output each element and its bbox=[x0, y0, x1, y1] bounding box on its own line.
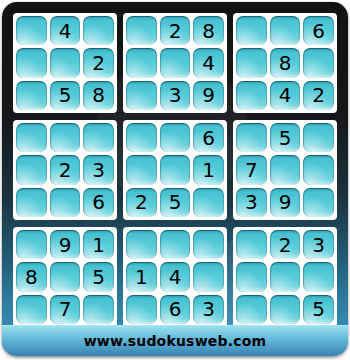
cell-r9c6[interactable]: 3 bbox=[193, 295, 224, 324]
given-digit: 3 bbox=[169, 85, 182, 105]
given-digit: 1 bbox=[202, 160, 215, 180]
box-1-2: 28439 bbox=[123, 13, 227, 113]
cell-r1c3[interactable] bbox=[83, 16, 114, 45]
given-digit: 9 bbox=[279, 192, 292, 212]
cell-r8c6[interactable] bbox=[193, 262, 224, 291]
given-digit: 1 bbox=[135, 267, 148, 287]
box-2-3: 5739 bbox=[233, 120, 337, 220]
given-digit: 5 bbox=[59, 85, 72, 105]
given-digit: 7 bbox=[59, 299, 72, 319]
cell-r3c1[interactable] bbox=[16, 81, 47, 110]
given-digit: 4 bbox=[169, 267, 182, 287]
cell-r6c4[interactable]: 2 bbox=[126, 188, 157, 217]
cell-r1c9[interactable]: 6 bbox=[303, 16, 334, 45]
given-digit: 9 bbox=[59, 235, 72, 255]
given-digit: 6 bbox=[92, 192, 105, 212]
cell-r3c6[interactable]: 9 bbox=[193, 81, 224, 110]
cell-r3c2[interactable]: 5 bbox=[50, 81, 81, 110]
cell-r5c3[interactable]: 3 bbox=[83, 155, 114, 184]
cell-r9c2[interactable]: 7 bbox=[50, 295, 81, 324]
cell-r2c4[interactable] bbox=[126, 48, 157, 77]
given-digit: 3 bbox=[245, 192, 258, 212]
cell-r8c4[interactable]: 1 bbox=[126, 262, 157, 291]
footer-bar: www.sudokusweb.com bbox=[2, 325, 348, 356]
cell-r2c2[interactable] bbox=[50, 48, 81, 77]
cell-r7c5[interactable] bbox=[160, 230, 191, 259]
cell-r5c7[interactable]: 7 bbox=[236, 155, 267, 184]
cell-r2c6[interactable]: 4 bbox=[193, 48, 224, 77]
cell-r9c9[interactable]: 5 bbox=[303, 295, 334, 324]
cell-r1c7[interactable] bbox=[236, 16, 267, 45]
cell-r8c5[interactable]: 4 bbox=[160, 262, 191, 291]
cell-r3c7[interactable] bbox=[236, 81, 267, 110]
cell-r9c4[interactable] bbox=[126, 295, 157, 324]
cell-r2c5[interactable] bbox=[160, 48, 191, 77]
given-digit: 4 bbox=[59, 21, 72, 41]
box-3-1: 91857 bbox=[13, 227, 117, 327]
cell-r4c9[interactable] bbox=[303, 123, 334, 152]
cell-r9c5[interactable]: 6 bbox=[160, 295, 191, 324]
cell-r6c3[interactable]: 6 bbox=[83, 188, 114, 217]
cell-r3c9[interactable]: 2 bbox=[303, 81, 334, 110]
cell-r1c6[interactable]: 8 bbox=[193, 16, 224, 45]
cell-r7c2[interactable]: 9 bbox=[50, 230, 81, 259]
given-digit: 4 bbox=[202, 53, 215, 73]
cell-r5c6[interactable]: 1 bbox=[193, 155, 224, 184]
box-1-3: 6842 bbox=[233, 13, 337, 113]
given-digit: 5 bbox=[92, 267, 105, 287]
cell-r9c8[interactable] bbox=[270, 295, 301, 324]
given-digit: 2 bbox=[92, 53, 105, 73]
box-2-1: 236 bbox=[13, 120, 117, 220]
cell-r1c2[interactable]: 4 bbox=[50, 16, 81, 45]
given-digit: 5 bbox=[312, 299, 325, 319]
cell-r5c2[interactable]: 2 bbox=[50, 155, 81, 184]
cell-r6c9[interactable] bbox=[303, 188, 334, 217]
website-url: www.sudokusweb.com bbox=[84, 333, 267, 349]
given-digit: 2 bbox=[59, 160, 72, 180]
given-digit: 3 bbox=[92, 160, 105, 180]
cell-r1c8[interactable] bbox=[270, 16, 301, 45]
cell-r4c7[interactable] bbox=[236, 123, 267, 152]
cell-r3c4[interactable] bbox=[126, 81, 157, 110]
cell-r6c5[interactable]: 5 bbox=[160, 188, 191, 217]
cell-r4c3[interactable] bbox=[83, 123, 114, 152]
cell-r8c9[interactable] bbox=[303, 262, 334, 291]
cell-r2c1[interactable] bbox=[16, 48, 47, 77]
given-digit: 2 bbox=[169, 21, 182, 41]
cell-r7c9[interactable]: 3 bbox=[303, 230, 334, 259]
given-digit: 2 bbox=[279, 235, 292, 255]
cell-r8c7[interactable] bbox=[236, 262, 267, 291]
cell-r1c5[interactable]: 2 bbox=[160, 16, 191, 45]
cell-r1c1[interactable] bbox=[16, 16, 47, 45]
given-digit: 8 bbox=[25, 267, 38, 287]
cell-r3c8[interactable]: 4 bbox=[270, 81, 301, 110]
cell-r4c5[interactable] bbox=[160, 123, 191, 152]
cell-r7c1[interactable] bbox=[16, 230, 47, 259]
cell-r9c3[interactable] bbox=[83, 295, 114, 324]
given-digit: 9 bbox=[202, 85, 215, 105]
given-digit: 5 bbox=[169, 192, 182, 212]
cell-r8c2[interactable] bbox=[50, 262, 81, 291]
cell-r4c1[interactable] bbox=[16, 123, 47, 152]
given-digit: 5 bbox=[279, 128, 292, 148]
given-digit: 8 bbox=[202, 21, 215, 41]
cell-r8c8[interactable] bbox=[270, 262, 301, 291]
cell-r7c3[interactable]: 1 bbox=[83, 230, 114, 259]
cell-r1c4[interactable] bbox=[126, 16, 157, 45]
cell-r2c8[interactable]: 8 bbox=[270, 48, 301, 77]
given-digit: 4 bbox=[279, 85, 292, 105]
cell-r9c7[interactable] bbox=[236, 295, 267, 324]
cell-r7c7[interactable] bbox=[236, 230, 267, 259]
box-3-2: 1463 bbox=[123, 227, 227, 327]
cell-r3c5[interactable]: 3 bbox=[160, 81, 191, 110]
cell-r7c8[interactable]: 2 bbox=[270, 230, 301, 259]
cell-r3c3[interactable]: 8 bbox=[83, 81, 114, 110]
cell-r5c1[interactable] bbox=[16, 155, 47, 184]
cell-r6c6[interactable] bbox=[193, 188, 224, 217]
cell-r2c3[interactable]: 2 bbox=[83, 48, 114, 77]
given-digit: 2 bbox=[135, 192, 148, 212]
cell-r6c7[interactable]: 3 bbox=[236, 188, 267, 217]
given-digit: 3 bbox=[202, 299, 215, 319]
given-digit: 6 bbox=[169, 299, 182, 319]
given-digit: 6 bbox=[202, 128, 215, 148]
cell-r7c6[interactable] bbox=[193, 230, 224, 259]
cell-r5c4[interactable] bbox=[126, 155, 157, 184]
sudoku-grid: 425828439684223661255739918571463235 bbox=[13, 13, 337, 327]
cell-r4c8[interactable]: 5 bbox=[270, 123, 301, 152]
given-digit: 6 bbox=[312, 21, 325, 41]
given-digit: 2 bbox=[312, 85, 325, 105]
cell-r6c2[interactable] bbox=[50, 188, 81, 217]
box-1-1: 4258 bbox=[13, 13, 117, 113]
cell-r6c8[interactable]: 9 bbox=[270, 188, 301, 217]
cell-r7c4[interactable] bbox=[126, 230, 157, 259]
cell-r5c9[interactable] bbox=[303, 155, 334, 184]
given-digit: 3 bbox=[312, 235, 325, 255]
cell-r4c6[interactable]: 6 bbox=[193, 123, 224, 152]
cell-r5c8[interactable] bbox=[270, 155, 301, 184]
cell-r8c3[interactable]: 5 bbox=[83, 262, 114, 291]
cell-r8c1[interactable]: 8 bbox=[16, 262, 47, 291]
given-digit: 1 bbox=[92, 235, 105, 255]
sudoku-board: 425828439684223661255739918571463235 www… bbox=[2, 2, 348, 356]
cell-r9c1[interactable] bbox=[16, 295, 47, 324]
given-digit: 7 bbox=[245, 160, 258, 180]
cell-r6c1[interactable] bbox=[16, 188, 47, 217]
page: { "game": { "type": "sudoku", "grid_size… bbox=[0, 0, 350, 360]
given-digit: 8 bbox=[92, 85, 105, 105]
box-2-2: 6125 bbox=[123, 120, 227, 220]
cell-r4c2[interactable] bbox=[50, 123, 81, 152]
box-3-3: 235 bbox=[233, 227, 337, 327]
given-digit: 8 bbox=[279, 53, 292, 73]
cell-r4c4[interactable] bbox=[126, 123, 157, 152]
cell-r2c7[interactable] bbox=[236, 48, 267, 77]
cell-r5c5[interactable] bbox=[160, 155, 191, 184]
cell-r2c9[interactable] bbox=[303, 48, 334, 77]
